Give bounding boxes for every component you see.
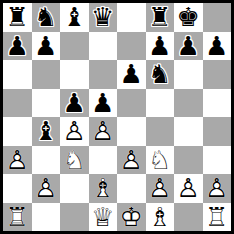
piece-white-rook: ♜♖ bbox=[3, 203, 32, 232]
square-d3[interactable] bbox=[89, 146, 118, 175]
piece-white-pawn: ♟♙ bbox=[203, 174, 232, 203]
piece-white-pawn: ♟♙ bbox=[146, 174, 175, 203]
square-d6[interactable] bbox=[89, 60, 118, 89]
piece-black-queen: ♛ bbox=[89, 3, 118, 32]
square-b8[interactable]: ♞ bbox=[32, 3, 61, 32]
square-f1[interactable]: ♝♗ bbox=[146, 203, 175, 232]
square-a4[interactable] bbox=[3, 117, 32, 146]
square-a6[interactable] bbox=[3, 60, 32, 89]
square-a5[interactable] bbox=[3, 89, 32, 118]
piece-black-knight: ♞ bbox=[146, 60, 175, 89]
square-f4[interactable] bbox=[146, 117, 175, 146]
square-f6[interactable]: ♞ bbox=[146, 60, 175, 89]
piece-black-pawn: ♟ bbox=[146, 32, 175, 61]
piece-black-rook: ♜ bbox=[3, 3, 32, 32]
chess-board: ♜♞♝♛♜♚♟♟♟♟♟♟♞♟♟♝♟♙♟♙♟♙♞♘♟♙♞♘♟♙♝♗♟♙♟♙♟♙♜♖… bbox=[3, 3, 231, 231]
square-c1[interactable] bbox=[60, 203, 89, 232]
square-g7[interactable]: ♟ bbox=[174, 32, 203, 61]
square-d4[interactable]: ♟♙ bbox=[89, 117, 118, 146]
square-f3[interactable]: ♞♘ bbox=[146, 146, 175, 175]
square-c7[interactable] bbox=[60, 32, 89, 61]
square-h7[interactable]: ♟ bbox=[203, 32, 232, 61]
piece-black-knight: ♞ bbox=[32, 3, 61, 32]
square-a1[interactable]: ♜♖ bbox=[3, 203, 32, 232]
piece-black-pawn: ♟ bbox=[60, 89, 89, 118]
square-c4[interactable]: ♟♙ bbox=[60, 117, 89, 146]
piece-white-bishop: ♝♗ bbox=[89, 174, 118, 203]
square-f7[interactable]: ♟ bbox=[146, 32, 175, 61]
square-h2[interactable]: ♟♙ bbox=[203, 174, 232, 203]
piece-black-pawn: ♟ bbox=[203, 32, 232, 61]
square-a8[interactable]: ♜ bbox=[3, 3, 32, 32]
piece-black-king: ♚ bbox=[174, 3, 203, 32]
square-e3[interactable]: ♟♙ bbox=[117, 146, 146, 175]
piece-black-pawn: ♟ bbox=[117, 60, 146, 89]
square-b1[interactable] bbox=[32, 203, 61, 232]
piece-black-bishop: ♝ bbox=[32, 117, 61, 146]
piece-white-pawn: ♟♙ bbox=[89, 117, 118, 146]
piece-white-pawn: ♟♙ bbox=[60, 117, 89, 146]
square-b2[interactable]: ♟♙ bbox=[32, 174, 61, 203]
square-f5[interactable] bbox=[146, 89, 175, 118]
piece-black-pawn: ♟ bbox=[3, 32, 32, 61]
square-g2[interactable]: ♟♙ bbox=[174, 174, 203, 203]
square-d8[interactable]: ♛ bbox=[89, 3, 118, 32]
square-b5[interactable] bbox=[32, 89, 61, 118]
piece-black-pawn: ♟ bbox=[174, 32, 203, 61]
square-a7[interactable]: ♟ bbox=[3, 32, 32, 61]
square-c3[interactable]: ♞♘ bbox=[60, 146, 89, 175]
square-g5[interactable] bbox=[174, 89, 203, 118]
square-g4[interactable] bbox=[174, 117, 203, 146]
square-e7[interactable] bbox=[117, 32, 146, 61]
piece-black-pawn: ♟ bbox=[89, 89, 118, 118]
square-h1[interactable]: ♜♖ bbox=[203, 203, 232, 232]
square-e1[interactable]: ♚♔ bbox=[117, 203, 146, 232]
square-b4[interactable]: ♝ bbox=[32, 117, 61, 146]
piece-white-pawn: ♟♙ bbox=[117, 146, 146, 175]
piece-white-rook: ♜♖ bbox=[203, 203, 232, 232]
square-g3[interactable] bbox=[174, 146, 203, 175]
square-h5[interactable] bbox=[203, 89, 232, 118]
piece-white-knight: ♞♘ bbox=[146, 146, 175, 175]
square-e6[interactable]: ♟ bbox=[117, 60, 146, 89]
square-a2[interactable] bbox=[3, 174, 32, 203]
square-c2[interactable] bbox=[60, 174, 89, 203]
piece-white-bishop: ♝♗ bbox=[146, 203, 175, 232]
square-e2[interactable] bbox=[117, 174, 146, 203]
square-g8[interactable]: ♚ bbox=[174, 3, 203, 32]
square-e4[interactable] bbox=[117, 117, 146, 146]
square-c6[interactable] bbox=[60, 60, 89, 89]
square-h6[interactable] bbox=[203, 60, 232, 89]
piece-white-pawn: ♟♙ bbox=[174, 174, 203, 203]
square-b6[interactable] bbox=[32, 60, 61, 89]
piece-black-rook: ♜ bbox=[146, 3, 175, 32]
square-f2[interactable]: ♟♙ bbox=[146, 174, 175, 203]
square-d7[interactable] bbox=[89, 32, 118, 61]
square-a3[interactable]: ♟♙ bbox=[3, 146, 32, 175]
square-c8[interactable]: ♝ bbox=[60, 3, 89, 32]
piece-white-pawn: ♟♙ bbox=[3, 146, 32, 175]
square-g6[interactable] bbox=[174, 60, 203, 89]
square-e5[interactable] bbox=[117, 89, 146, 118]
square-g1[interactable] bbox=[174, 203, 203, 232]
piece-white-king: ♚♔ bbox=[117, 203, 146, 232]
square-h3[interactable] bbox=[203, 146, 232, 175]
piece-white-pawn: ♟♙ bbox=[32, 174, 61, 203]
board-border: ♜♞♝♛♜♚♟♟♟♟♟♟♞♟♟♝♟♙♟♙♟♙♞♘♟♙♞♘♟♙♝♗♟♙♟♙♟♙♜♖… bbox=[0, 0, 234, 234]
piece-white-queen: ♛♕ bbox=[89, 203, 118, 232]
square-h4[interactable] bbox=[203, 117, 232, 146]
square-e8[interactable] bbox=[117, 3, 146, 32]
piece-black-bishop: ♝ bbox=[60, 3, 89, 32]
square-d5[interactable]: ♟ bbox=[89, 89, 118, 118]
square-b3[interactable] bbox=[32, 146, 61, 175]
square-c5[interactable]: ♟ bbox=[60, 89, 89, 118]
square-f8[interactable]: ♜ bbox=[146, 3, 175, 32]
square-h8[interactable] bbox=[203, 3, 232, 32]
square-d2[interactable]: ♝♗ bbox=[89, 174, 118, 203]
piece-white-knight: ♞♘ bbox=[60, 146, 89, 175]
square-b7[interactable]: ♟ bbox=[32, 32, 61, 61]
square-d1[interactable]: ♛♕ bbox=[89, 203, 118, 232]
piece-black-pawn: ♟ bbox=[32, 32, 61, 61]
